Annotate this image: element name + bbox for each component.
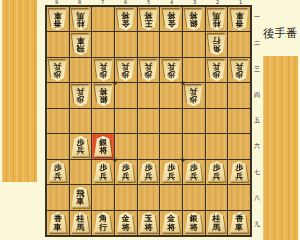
- piece-gote-king[interactable]: 王将: [139, 9, 158, 30]
- piece-sente-knight[interactable]: 桂馬: [71, 212, 90, 233]
- square-1g[interactable]: 歩兵: [228, 160, 250, 184]
- piece-sente-gold[interactable]: 金将: [116, 212, 135, 233]
- rank-label-2: 二: [253, 31, 261, 57]
- square-9f[interactable]: [47, 134, 69, 158]
- rank-label-6: 六: [253, 134, 261, 160]
- piece-gote-silver[interactable]: 銀将: [184, 9, 203, 30]
- piece-body: 歩兵: [116, 161, 135, 182]
- square-1c[interactable]: 歩兵: [228, 58, 250, 82]
- square-8h[interactable]: 飛車: [70, 185, 92, 209]
- piece-sente-rook[interactable]: 飛車: [71, 187, 90, 208]
- piece-body: 角行: [94, 212, 113, 233]
- square-6f[interactable]: [115, 134, 137, 158]
- square-9e[interactable]: [47, 109, 69, 133]
- turn-indicator: 後手番: [263, 27, 298, 40]
- piece-body: 銀将: [184, 9, 203, 30]
- rank-label-4: 四: [253, 82, 261, 108]
- square-2i[interactable]: 桂馬: [206, 211, 228, 235]
- star-point: [114, 82, 117, 85]
- square-2g[interactable]: 歩兵: [206, 160, 228, 184]
- piece-body: 香車: [48, 9, 67, 30]
- piece-kanji: 香車: [235, 10, 244, 27]
- piece-kanji: 歩兵: [167, 61, 176, 78]
- square-7f[interactable]: 銀将: [92, 134, 114, 158]
- piece-kanji: 銀将: [99, 139, 108, 156]
- square-7e[interactable]: [92, 109, 114, 133]
- piece-body: 王将: [139, 9, 158, 30]
- square-4e[interactable]: [160, 109, 182, 133]
- piece-kanji: 桂馬: [76, 215, 85, 232]
- square-1h[interactable]: [228, 185, 250, 209]
- square-4i[interactable]: 金将: [160, 211, 182, 235]
- piece-body: 桂馬: [71, 9, 90, 30]
- square-1i[interactable]: 香車: [228, 211, 250, 235]
- square-7i[interactable]: 角行: [92, 211, 114, 235]
- square-3d[interactable]: 歩兵: [183, 83, 205, 107]
- piece-body: 歩兵: [48, 161, 67, 182]
- piece-kanji: 桂馬: [212, 10, 221, 27]
- piece-kanji: 歩兵: [190, 164, 199, 181]
- square-9h[interactable]: [47, 185, 69, 209]
- piece-kanji: 玉将: [144, 215, 153, 232]
- piece-sente-gold[interactable]: 金将: [162, 212, 181, 233]
- board-grid: 香車桂馬金将王将金将銀将桂馬香車飛車角行歩兵歩兵歩兵歩兵歩兵歩兵歩兵歩兵銀将歩兵…: [47, 7, 250, 235]
- square-6i[interactable]: 金将: [115, 211, 137, 235]
- star-point: [114, 159, 117, 162]
- piece-body: 歩兵: [207, 161, 226, 182]
- piece-body: 金将: [162, 9, 181, 30]
- square-4d[interactable]: [160, 83, 182, 107]
- piece-gote-pawn[interactable]: 歩兵: [207, 60, 226, 81]
- piece-kanji: 歩兵: [99, 61, 108, 78]
- piece-sente-pawn[interactable]: 歩兵: [71, 136, 90, 157]
- piece-body: 歩兵: [139, 161, 158, 182]
- piece-kanji: 銀将: [99, 86, 108, 103]
- square-7a[interactable]: [92, 7, 114, 31]
- piece-sente-silver[interactable]: 銀将: [94, 136, 113, 157]
- square-7c[interactable]: 歩兵: [92, 58, 114, 82]
- piece-body: 歩兵: [94, 60, 113, 81]
- piece-gote-pawn[interactable]: 歩兵: [71, 85, 90, 106]
- square-1b[interactable]: [228, 32, 250, 56]
- piece-kanji: 角行: [212, 35, 221, 52]
- piece-kanji: 銀将: [190, 215, 199, 232]
- square-3a[interactable]: 銀将: [183, 7, 205, 31]
- piece-body: 香車: [230, 9, 249, 30]
- piece-kanji: 香車: [54, 215, 63, 232]
- piece-gote-gold[interactable]: 金将: [116, 9, 135, 30]
- square-2f[interactable]: [206, 134, 228, 158]
- piece-body: 歩兵: [139, 60, 158, 81]
- piece-body: 銀将: [94, 136, 113, 157]
- piece-sente-pawn[interactable]: 歩兵: [94, 161, 113, 182]
- rank-label-1: 一: [253, 5, 261, 31]
- piece-body: 金将: [116, 9, 135, 30]
- square-5a[interactable]: 王将: [138, 7, 160, 31]
- square-6c[interactable]: 歩兵: [115, 58, 137, 82]
- piece-body: 歩兵: [71, 85, 90, 106]
- piece-kanji: 歩兵: [212, 164, 221, 181]
- square-4c[interactable]: 歩兵: [160, 58, 182, 82]
- piece-gote-silver[interactable]: 銀将: [94, 85, 113, 106]
- square-3g[interactable]: 歩兵: [183, 160, 205, 184]
- piece-sente-pawn[interactable]: 歩兵: [116, 161, 135, 182]
- piece-sente-lance[interactable]: 香車: [48, 212, 67, 233]
- piece-body: 歩兵: [162, 161, 181, 182]
- piece-kanji: 歩兵: [76, 86, 85, 103]
- square-2h[interactable]: [206, 185, 228, 209]
- piece-gote-rook[interactable]: 飛車: [71, 34, 90, 55]
- piece-body: 歩兵: [230, 161, 249, 182]
- square-2a[interactable]: 桂馬: [206, 7, 228, 31]
- square-9b[interactable]: [47, 32, 69, 56]
- piece-gote-pawn[interactable]: 歩兵: [230, 60, 249, 81]
- piece-body: 歩兵: [207, 60, 226, 81]
- piece-body: 歩兵: [94, 161, 113, 182]
- piece-kanji: 歩兵: [190, 86, 199, 103]
- square-5h[interactable]: [138, 185, 160, 209]
- piece-body: 銀将: [184, 212, 203, 233]
- piece-sente-pawn[interactable]: 歩兵: [162, 161, 181, 182]
- piece-gote-bishop[interactable]: 角行: [207, 34, 226, 55]
- square-8a[interactable]: 桂馬: [70, 7, 92, 31]
- rank-label-9: 九: [253, 211, 261, 237]
- square-9a[interactable]: 香車: [47, 7, 69, 31]
- piece-sente-bishop[interactable]: 角行: [94, 212, 113, 233]
- square-2d[interactable]: [206, 83, 228, 107]
- piece-kanji: 歩兵: [99, 164, 108, 181]
- piece-gote-pawn[interactable]: 歩兵: [184, 85, 203, 106]
- piece-sente-pawn[interactable]: 歩兵: [184, 161, 203, 182]
- square-5i[interactable]: 玉将: [138, 211, 160, 235]
- piece-gote-knight[interactable]: 桂馬: [71, 9, 90, 30]
- piece-kanji: 金将: [122, 10, 131, 27]
- piece-sente-knight[interactable]: 桂馬: [207, 212, 226, 233]
- piece-body: 歩兵: [116, 60, 135, 81]
- piece-body: 桂馬: [207, 9, 226, 30]
- piece-body: 玉将: [139, 212, 158, 233]
- piece-gote-knight[interactable]: 桂馬: [207, 9, 226, 30]
- square-6e[interactable]: [115, 109, 137, 133]
- piece-body: 銀将: [94, 85, 113, 106]
- piece-kanji: 歩兵: [122, 164, 131, 181]
- square-6d[interactable]: [115, 83, 137, 107]
- square-9i[interactable]: 香車: [47, 211, 69, 235]
- piece-body: 金将: [116, 212, 135, 233]
- piece-kanji: 歩兵: [212, 61, 221, 78]
- shogi-board: 香車桂馬金将王将金将銀将桂馬香車飛車角行歩兵歩兵歩兵歩兵歩兵歩兵歩兵歩兵銀将歩兵…: [45, 5, 252, 237]
- rank-labels: 一二三四五六七八九: [253, 5, 261, 237]
- square-6a[interactable]: 金将: [115, 7, 137, 31]
- square-2b[interactable]: 角行: [206, 32, 228, 56]
- star-point: [182, 82, 185, 85]
- square-7d[interactable]: 銀将: [92, 83, 114, 107]
- piece-kanji: 歩兵: [167, 164, 176, 181]
- piece-body: 香車: [48, 212, 67, 233]
- piece-kanji: 香車: [54, 10, 63, 27]
- square-7g[interactable]: 歩兵: [92, 160, 114, 184]
- piece-body: 歩兵: [48, 60, 67, 81]
- piece-body: 歩兵: [162, 60, 181, 81]
- square-3e[interactable]: [183, 109, 205, 133]
- square-5e[interactable]: [138, 109, 160, 133]
- square-3h[interactable]: [183, 185, 205, 209]
- piece-sente-silver[interactable]: 銀将: [184, 212, 203, 233]
- piece-kanji: 金将: [167, 215, 176, 232]
- square-6g[interactable]: 歩兵: [115, 160, 137, 184]
- square-7b[interactable]: [92, 32, 114, 56]
- square-2e[interactable]: [206, 109, 228, 133]
- square-3i[interactable]: 銀将: [183, 211, 205, 235]
- piece-sente-pawn[interactable]: 歩兵: [139, 161, 158, 182]
- piece-body: 桂馬: [207, 212, 226, 233]
- square-3f[interactable]: [183, 134, 205, 158]
- square-5f[interactable]: [138, 134, 160, 158]
- square-1a[interactable]: 香車: [228, 7, 250, 31]
- piece-kanji: 歩兵: [144, 164, 153, 181]
- square-4a[interactable]: 金将: [160, 7, 182, 31]
- square-7h[interactable]: [92, 185, 114, 209]
- square-4h[interactable]: [160, 185, 182, 209]
- piece-gote-pawn[interactable]: 歩兵: [116, 60, 135, 81]
- piece-kanji: 金将: [167, 10, 176, 27]
- square-1e[interactable]: [228, 109, 250, 133]
- piece-gote-lance[interactable]: 香車: [230, 9, 249, 30]
- square-1d[interactable]: [228, 83, 250, 107]
- piece-gote-pawn[interactable]: 歩兵: [162, 60, 181, 81]
- square-6h[interactable]: [115, 185, 137, 209]
- square-3b[interactable]: [183, 32, 205, 56]
- square-8i[interactable]: 桂馬: [70, 211, 92, 235]
- piece-body: 飛車: [71, 34, 90, 55]
- piece-body: 金将: [162, 212, 181, 233]
- rank-label-7: 七: [253, 160, 261, 186]
- piece-kanji: 王将: [144, 10, 153, 27]
- square-8c[interactable]: [70, 58, 92, 82]
- piece-sente-pawn[interactable]: 歩兵: [207, 161, 226, 182]
- rank-label-5: 五: [253, 108, 261, 134]
- square-6b[interactable]: [115, 32, 137, 56]
- piece-body: 香車: [230, 212, 249, 233]
- piece-kanji: 歩兵: [144, 61, 153, 78]
- piece-kanji: 歩兵: [235, 61, 244, 78]
- piece-kanji: 銀将: [190, 10, 199, 27]
- square-9d[interactable]: [47, 83, 69, 107]
- square-8b[interactable]: 飛車: [70, 32, 92, 56]
- piece-kanji: 飛車: [76, 35, 85, 52]
- piece-kanji: 桂馬: [76, 10, 85, 27]
- piece-kanji: 香車: [235, 215, 244, 232]
- piece-gote-pawn[interactable]: 歩兵: [139, 60, 158, 81]
- sente-piece-stand[interactable]: [263, 56, 298, 240]
- square-5c[interactable]: 歩兵: [138, 58, 160, 82]
- square-9g[interactable]: 歩兵: [47, 160, 69, 184]
- piece-kanji: 歩兵: [235, 164, 244, 181]
- piece-kanji: 歩兵: [122, 61, 131, 78]
- square-8f[interactable]: 歩兵: [70, 134, 92, 158]
- piece-kanji: 金将: [122, 215, 131, 232]
- piece-sente-pawn[interactable]: 歩兵: [230, 161, 249, 182]
- piece-body: 飛車: [71, 187, 90, 208]
- piece-gote-pawn[interactable]: 歩兵: [48, 60, 67, 81]
- piece-kanji: 桂馬: [212, 215, 221, 232]
- piece-body: 歩兵: [230, 60, 249, 81]
- rank-label-3: 三: [253, 57, 261, 83]
- piece-body: 桂馬: [71, 212, 90, 233]
- rank-label-8: 八: [253, 185, 261, 211]
- piece-kanji: 歩兵: [54, 61, 63, 78]
- square-5b[interactable]: [138, 32, 160, 56]
- piece-kanji: 歩兵: [76, 139, 85, 156]
- piece-kanji: 角行: [99, 215, 108, 232]
- gote-piece-stand[interactable]: [2, 0, 37, 182]
- piece-kanji: 歩兵: [54, 164, 63, 181]
- square-4b[interactable]: [160, 32, 182, 56]
- piece-sente-lance[interactable]: 香車: [230, 212, 249, 233]
- piece-body: 歩兵: [184, 85, 203, 106]
- square-8e[interactable]: [70, 109, 92, 133]
- square-1f[interactable]: [228, 134, 250, 158]
- piece-gote-pawn[interactable]: 歩兵: [94, 60, 113, 81]
- piece-body: 角行: [207, 34, 226, 55]
- square-3c[interactable]: [183, 58, 205, 82]
- square-9c[interactable]: 歩兵: [47, 58, 69, 82]
- star-point: [182, 159, 185, 162]
- piece-sente-king[interactable]: 玉将: [139, 212, 158, 233]
- square-8d[interactable]: 歩兵: [70, 83, 92, 107]
- piece-gote-lance[interactable]: 香車: [48, 9, 67, 30]
- piece-body: 歩兵: [184, 161, 203, 182]
- piece-sente-pawn[interactable]: 歩兵: [48, 161, 67, 182]
- square-8g[interactable]: [70, 160, 92, 184]
- square-5g[interactable]: 歩兵: [138, 160, 160, 184]
- piece-gote-gold[interactable]: 金将: [162, 9, 181, 30]
- piece-body: 歩兵: [71, 136, 90, 157]
- square-4f[interactable]: [160, 134, 182, 158]
- square-5d[interactable]: [138, 83, 160, 107]
- square-2c[interactable]: 歩兵: [206, 58, 228, 82]
- piece-kanji: 飛車: [76, 190, 85, 207]
- square-4g[interactable]: 歩兵: [160, 160, 182, 184]
